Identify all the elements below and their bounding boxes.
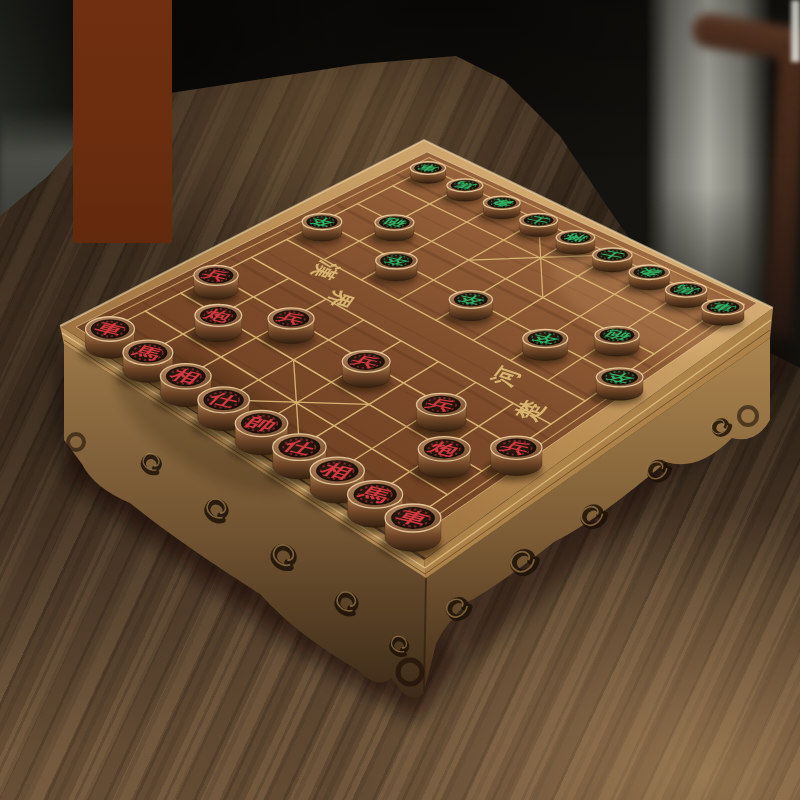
piece-green-soldier[interactable]: 卒 — [297, 214, 342, 245]
piece-green-advisor[interactable]: 士 — [515, 213, 558, 239]
piece-red-cannon[interactable]: 炮 — [189, 304, 242, 346]
piece-green-horse[interactable]: 馬 — [442, 179, 483, 204]
piece-red-soldier[interactable]: 兵 — [410, 393, 466, 436]
piece-green-elephant[interactable]: 象 — [624, 265, 670, 293]
piece-green-elephant[interactable]: 象 — [478, 196, 520, 222]
piece-green-horse[interactable]: 馬 — [660, 282, 707, 311]
piece-green-general[interactable]: 將 — [551, 231, 595, 258]
piece-green-advisor[interactable]: 士 — [587, 248, 632, 276]
piece-green-soldier[interactable]: 卒 — [517, 329, 568, 364]
piece-red-chariot[interactable]: 車 — [379, 504, 442, 558]
piece-green-cannon[interactable]: 砲 — [370, 215, 414, 245]
piece-red-soldier[interactable]: 兵 — [336, 351, 390, 393]
color-swatch-overlay — [73, 0, 172, 243]
piece-red-cannon[interactable]: 炮 — [412, 437, 470, 484]
piece-green-chariot[interactable]: 車 — [696, 299, 744, 328]
piece-red-soldier[interactable]: 兵 — [262, 308, 314, 348]
piece-green-soldier[interactable]: 卒 — [370, 252, 417, 285]
piece-green-cannon[interactable]: 砲 — [589, 326, 639, 360]
scene: 漢界楚河車馬象士卒砲將士卒象兵馬卒車炮兵車砲卒馬兵相卒仕兵帥仕兵炮相馬車 — [0, 0, 800, 800]
piece-green-soldier[interactable]: 卒 — [444, 291, 493, 325]
piece-green-chariot[interactable]: 車 — [405, 162, 445, 187]
piece-red-soldier[interactable]: 兵 — [485, 436, 542, 481]
piece-red-soldier[interactable]: 兵 — [188, 265, 238, 304]
piece-green-soldier[interactable]: 卒 — [591, 368, 643, 405]
